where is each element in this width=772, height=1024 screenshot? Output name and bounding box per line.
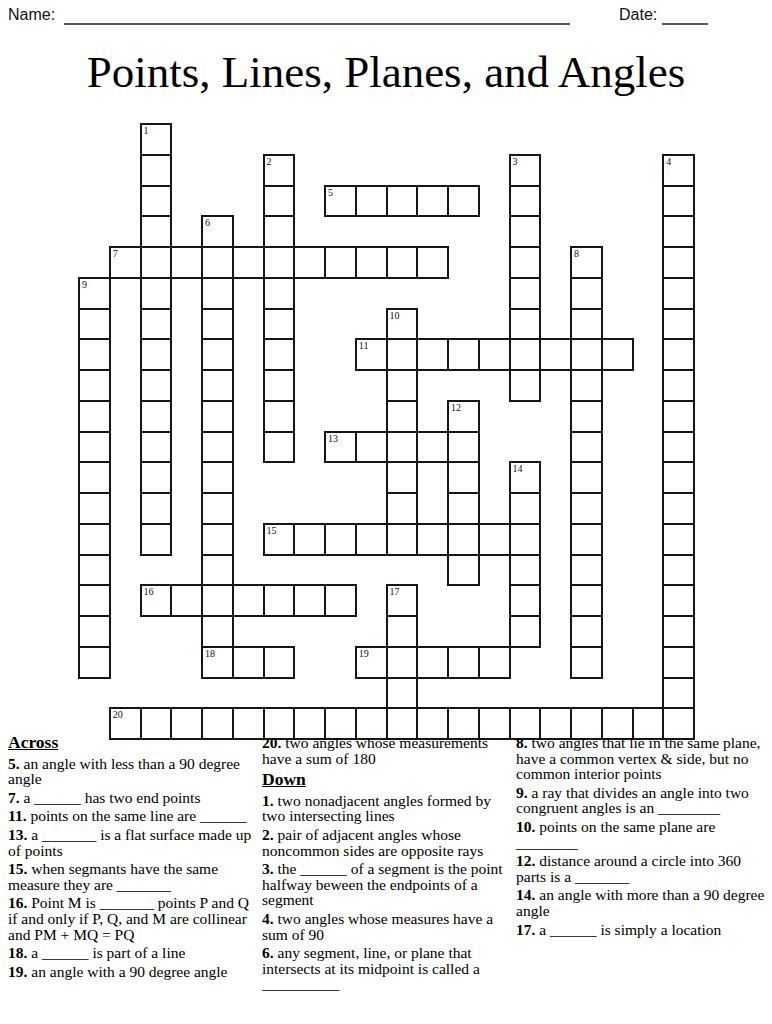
cell-r10c9[interactable] bbox=[355, 431, 388, 464]
cell-r16c14[interactable] bbox=[509, 615, 542, 648]
clue-down-1: 1. two nonadjacent angles formed by two … bbox=[262, 793, 509, 824]
cell-number-9: 9 bbox=[82, 279, 87, 290]
cell-r15c2[interactable]: 16 bbox=[140, 584, 173, 617]
clue-number: 19. bbox=[8, 963, 27, 980]
cell-r5c16[interactable] bbox=[570, 277, 603, 310]
cell-r10c8[interactable]: 13 bbox=[324, 431, 357, 464]
cell-r8c2[interactable] bbox=[140, 369, 173, 402]
cell-r13c16[interactable] bbox=[570, 523, 603, 556]
cell-r12c19[interactable] bbox=[662, 492, 695, 525]
clue-across-16: 16. Point M is _______ points P and Q if… bbox=[8, 895, 255, 942]
cell-r13c4[interactable] bbox=[201, 523, 234, 556]
cell-r5c4[interactable] bbox=[201, 277, 234, 310]
cell-r14c0[interactable] bbox=[78, 554, 111, 587]
cell-r4c3[interactable] bbox=[170, 246, 203, 279]
cell-r13c2[interactable] bbox=[140, 523, 173, 556]
cell-r3c2[interactable] bbox=[140, 215, 173, 248]
cell-r17c6[interactable] bbox=[263, 646, 296, 679]
cell-r13c14[interactable] bbox=[509, 523, 542, 556]
cell-r8c6[interactable] bbox=[263, 369, 296, 402]
cell-r16c16[interactable] bbox=[570, 615, 603, 648]
clues-column-2: 20. two angles whose measurements have a… bbox=[262, 735, 509, 995]
cell-number-16: 16 bbox=[144, 586, 154, 597]
across-clue-list-overflow: 20. two angles whose measurements have a… bbox=[262, 735, 509, 766]
clue-down-2: 2. pair of adjacent angles whose noncomm… bbox=[262, 827, 509, 858]
cell-r10c10[interactable] bbox=[386, 431, 419, 464]
cell-r1c2[interactable] bbox=[140, 154, 173, 187]
cell-r10c16[interactable] bbox=[570, 431, 603, 464]
cell-r12c10[interactable] bbox=[386, 492, 419, 525]
cell-number-13: 13 bbox=[328, 433, 338, 444]
down-clue-list-overflow: 8. two angles that lie in the same plane… bbox=[516, 735, 768, 937]
clue-number: 9. bbox=[516, 784, 528, 801]
cell-r13c9[interactable] bbox=[355, 523, 388, 556]
clue-number: 7. bbox=[8, 789, 20, 806]
cell-r15c10[interactable]: 17 bbox=[386, 584, 419, 617]
cell-number-4: 4 bbox=[666, 156, 671, 167]
cell-r4c1[interactable]: 7 bbox=[109, 246, 142, 279]
cell-r4c6[interactable] bbox=[263, 246, 296, 279]
clue-down-17: 17. a ______ is simply a location bbox=[516, 922, 768, 938]
cell-r7c12[interactable] bbox=[447, 338, 480, 371]
cell-r7c15[interactable] bbox=[539, 338, 572, 371]
clue-number: 10. bbox=[516, 818, 535, 835]
clue-number: 5. bbox=[8, 755, 20, 772]
cell-r11c4[interactable] bbox=[201, 461, 234, 494]
cell-r16c19[interactable] bbox=[662, 615, 695, 648]
clue-number: 13. bbox=[8, 826, 27, 843]
cell-r11c0[interactable] bbox=[78, 461, 111, 494]
crossword-grid: 1234567891011121314151617181920 bbox=[78, 123, 695, 740]
clue-number: 8. bbox=[516, 734, 528, 751]
clue-number: 12. bbox=[516, 852, 535, 869]
cell-r11c2[interactable] bbox=[140, 461, 173, 494]
clue-number: 11. bbox=[8, 807, 27, 824]
cell-r5c19[interactable] bbox=[662, 277, 695, 310]
cell-number-3: 3 bbox=[513, 156, 518, 167]
cell-r1c6[interactable]: 2 bbox=[263, 154, 296, 187]
cell-number-14: 14 bbox=[513, 463, 523, 474]
cell-r17c12[interactable] bbox=[447, 646, 480, 679]
cell-r12c12[interactable] bbox=[447, 492, 480, 525]
clue-across-7: 7. a ______ has two end points bbox=[8, 790, 255, 806]
clue-number: 1. bbox=[262, 792, 274, 809]
cell-r15c4[interactable] bbox=[201, 584, 234, 617]
cell-r4c10[interactable] bbox=[386, 246, 419, 279]
cell-r14c19[interactable] bbox=[662, 554, 695, 587]
cell-r12c16[interactable] bbox=[570, 492, 603, 525]
clue-number: 15. bbox=[8, 860, 27, 877]
cell-r6c6[interactable] bbox=[263, 308, 296, 341]
clue-number: 18. bbox=[8, 944, 27, 961]
cell-r11c12[interactable] bbox=[447, 461, 480, 494]
cell-r17c10[interactable] bbox=[386, 646, 419, 679]
cell-r7c2[interactable] bbox=[140, 338, 173, 371]
clue-down-3: 3. the ______ of a segment is the point … bbox=[262, 861, 509, 908]
cell-r10c6[interactable] bbox=[263, 431, 296, 464]
cell-number-10: 10 bbox=[390, 310, 400, 321]
cell-r15c5[interactable] bbox=[232, 584, 265, 617]
date-blank-line[interactable] bbox=[662, 8, 708, 25]
cell-r6c2[interactable] bbox=[140, 308, 173, 341]
cell-r11c14[interactable]: 14 bbox=[509, 461, 542, 494]
cell-r17c5[interactable] bbox=[232, 646, 265, 679]
cell-r2c10[interactable] bbox=[386, 185, 419, 218]
clue-across-5: 5. an angle with less than a 90 degree a… bbox=[8, 756, 255, 787]
cell-number-19: 19 bbox=[359, 648, 369, 659]
cell-r8c4[interactable] bbox=[201, 369, 234, 402]
cell-r8c19[interactable] bbox=[662, 369, 695, 402]
cell-r2c2[interactable] bbox=[140, 185, 173, 218]
across-header: Across bbox=[8, 735, 255, 751]
cell-r9c4[interactable] bbox=[201, 400, 234, 433]
cell-r15c6[interactable] bbox=[263, 584, 296, 617]
cell-number-18: 18 bbox=[205, 648, 215, 659]
cell-r8c0[interactable] bbox=[78, 369, 111, 402]
cell-r6c19[interactable] bbox=[662, 308, 695, 341]
clue-number: 20. bbox=[262, 734, 281, 751]
cell-r9c19[interactable] bbox=[662, 400, 695, 433]
cell-r5c14[interactable] bbox=[509, 277, 542, 310]
cell-r4c2[interactable] bbox=[140, 246, 173, 279]
cell-r13c0[interactable] bbox=[78, 523, 111, 556]
cell-number-8: 8 bbox=[574, 248, 579, 259]
cell-r6c0[interactable] bbox=[78, 308, 111, 341]
cell-r13c13[interactable] bbox=[478, 523, 511, 556]
cell-r1c14[interactable]: 3 bbox=[509, 154, 542, 187]
cell-r13c11[interactable] bbox=[416, 523, 449, 556]
cell-r13c10[interactable] bbox=[386, 523, 419, 556]
cell-r1c19[interactable]: 4 bbox=[662, 154, 695, 187]
cell-r9c12[interactable]: 12 bbox=[447, 400, 480, 433]
cell-r18c10[interactable] bbox=[386, 677, 419, 710]
cell-number-2: 2 bbox=[267, 156, 272, 167]
clue-down-12: 12. distance around a circle into 360 pa… bbox=[516, 853, 768, 884]
cell-r9c16[interactable] bbox=[570, 400, 603, 433]
cell-r7c11[interactable] bbox=[416, 338, 449, 371]
cell-r9c2[interactable] bbox=[140, 400, 173, 433]
cell-number-17: 17 bbox=[390, 586, 400, 597]
cell-r17c13[interactable] bbox=[478, 646, 511, 679]
date-label: Date: bbox=[619, 6, 657, 24]
clue-number: 6. bbox=[262, 944, 274, 961]
clue-number: 14. bbox=[516, 886, 535, 903]
cell-r2c14[interactable] bbox=[509, 185, 542, 218]
cell-r6c14[interactable] bbox=[509, 308, 542, 341]
cell-r4c7[interactable] bbox=[293, 246, 326, 279]
cell-r13c6[interactable]: 15 bbox=[263, 523, 296, 556]
clue-across-20: 20. two angles whose measurements have a… bbox=[262, 735, 509, 766]
cell-r4c5[interactable] bbox=[232, 246, 265, 279]
cell-number-7: 7 bbox=[113, 248, 118, 259]
cell-r10c2[interactable] bbox=[140, 431, 173, 464]
cell-r4c19[interactable] bbox=[662, 246, 695, 279]
cell-r13c7[interactable] bbox=[293, 523, 326, 556]
cell-r17c16[interactable] bbox=[570, 646, 603, 679]
cell-r6c16[interactable] bbox=[570, 308, 603, 341]
cell-r11c10[interactable] bbox=[386, 461, 419, 494]
clue-across-11: 11. points on the same line are ______ bbox=[8, 808, 255, 824]
name-blank-line[interactable] bbox=[64, 8, 570, 25]
clue-across-18: 18. a ______ is part of a line bbox=[8, 945, 255, 961]
cell-r14c12[interactable] bbox=[447, 554, 480, 587]
cell-r8c14[interactable] bbox=[509, 369, 542, 402]
cell-r12c0[interactable] bbox=[78, 492, 111, 525]
clue-number: 2. bbox=[262, 826, 274, 843]
down-clue-list: 1. two nonadjacent angles formed by two … bbox=[262, 793, 509, 992]
cell-r6c10[interactable]: 10 bbox=[386, 308, 419, 341]
cell-r2c19[interactable] bbox=[662, 185, 695, 218]
cell-r16c10[interactable] bbox=[386, 615, 419, 648]
cell-r4c8[interactable] bbox=[324, 246, 357, 279]
cell-r2c11[interactable] bbox=[416, 185, 449, 218]
cell-r10c11[interactable] bbox=[416, 431, 449, 464]
cell-r11c19[interactable] bbox=[662, 461, 695, 494]
cell-r7c4[interactable] bbox=[201, 338, 234, 371]
cell-r7c6[interactable] bbox=[263, 338, 296, 371]
cell-r7c17[interactable] bbox=[601, 338, 634, 371]
cell-r14c16[interactable] bbox=[570, 554, 603, 587]
cell-r4c16[interactable]: 8 bbox=[570, 246, 603, 279]
cell-r14c14[interactable] bbox=[509, 554, 542, 587]
cell-number-1: 1 bbox=[144, 125, 149, 136]
clues-column-3: 8. two angles that lie in the same plane… bbox=[516, 735, 768, 940]
cell-r8c10[interactable] bbox=[386, 369, 419, 402]
clue-number: 3. bbox=[262, 860, 274, 877]
cell-r9c10[interactable] bbox=[386, 400, 419, 433]
cell-r15c3[interactable] bbox=[170, 584, 203, 617]
cell-number-20: 20 bbox=[113, 709, 123, 720]
cell-r3c14[interactable] bbox=[509, 215, 542, 248]
cell-r4c4[interactable] bbox=[201, 246, 234, 279]
cell-r3c6[interactable] bbox=[263, 215, 296, 248]
cell-r16c0[interactable] bbox=[78, 615, 111, 648]
cell-r15c16[interactable] bbox=[570, 584, 603, 617]
cell-r7c13[interactable] bbox=[478, 338, 511, 371]
clue-down-8: 8. two angles that lie in the same plane… bbox=[516, 735, 768, 782]
cell-r7c0[interactable] bbox=[78, 338, 111, 371]
cell-r3c4[interactable]: 6 bbox=[201, 215, 234, 248]
clue-down-4: 4. two angles whose measures have a sum … bbox=[262, 911, 509, 942]
cell-number-15: 15 bbox=[267, 525, 277, 536]
cell-r2c12[interactable] bbox=[447, 185, 480, 218]
cell-r17c9[interactable]: 19 bbox=[355, 646, 388, 679]
cell-r10c0[interactable] bbox=[78, 431, 111, 464]
cell-r4c9[interactable] bbox=[355, 246, 388, 279]
cell-r15c8[interactable] bbox=[324, 584, 357, 617]
cell-r9c6[interactable] bbox=[263, 400, 296, 433]
cell-number-5: 5 bbox=[328, 187, 333, 198]
cell-r11c16[interactable] bbox=[570, 461, 603, 494]
clue-down-6: 6. any segment, line, or plane that inte… bbox=[262, 945, 509, 992]
cell-r6c4[interactable] bbox=[201, 308, 234, 341]
clue-down-10: 10. points on the same plane are _______… bbox=[516, 819, 768, 850]
cell-r4c11[interactable] bbox=[416, 246, 449, 279]
cell-r17c19[interactable] bbox=[662, 646, 695, 679]
clue-number: 16. bbox=[8, 894, 27, 911]
cell-r4c14[interactable] bbox=[509, 246, 542, 279]
cell-r7c10[interactable] bbox=[386, 338, 419, 371]
puzzle-title: Points, Lines, Planes, and Angles bbox=[0, 46, 772, 98]
cell-r8c16[interactable] bbox=[570, 369, 603, 402]
cell-r5c0[interactable]: 9 bbox=[78, 277, 111, 310]
clue-number: 4. bbox=[262, 910, 274, 927]
cell-number-11: 11 bbox=[359, 340, 369, 351]
clue-number: 17. bbox=[516, 921, 535, 938]
cell-r12c14[interactable] bbox=[509, 492, 542, 525]
cell-r18c19[interactable] bbox=[662, 677, 695, 710]
down-header: Down bbox=[262, 772, 509, 788]
cell-r7c9[interactable]: 11 bbox=[355, 338, 388, 371]
across-clue-list: 5. an angle with less than a 90 degree a… bbox=[8, 756, 255, 980]
clue-across-13: 13. a _______ is a flat surface made up … bbox=[8, 827, 255, 858]
cell-r7c16[interactable] bbox=[570, 338, 603, 371]
clues-column-1: Across 5. an angle with less than a 90 d… bbox=[8, 735, 255, 982]
cell-r12c2[interactable] bbox=[140, 492, 173, 525]
cell-r10c12[interactable] bbox=[447, 431, 480, 464]
cell-r13c12[interactable] bbox=[447, 523, 480, 556]
cell-r7c19[interactable] bbox=[662, 338, 695, 371]
cell-r13c19[interactable] bbox=[662, 523, 695, 556]
cell-r0c2[interactable]: 1 bbox=[140, 123, 173, 156]
cell-r9c0[interactable] bbox=[78, 400, 111, 433]
cell-r13c8[interactable] bbox=[324, 523, 357, 556]
cell-r7c14[interactable] bbox=[509, 338, 542, 371]
clue-across-19: 19. an angle with a 90 degree angle bbox=[8, 964, 255, 980]
cell-number-6: 6 bbox=[205, 217, 210, 228]
cell-r10c19[interactable] bbox=[662, 431, 695, 464]
clue-down-14: 14. an angle with more than a 90 degree … bbox=[516, 887, 768, 918]
cell-r17c4[interactable]: 18 bbox=[201, 646, 234, 679]
cell-r16c4[interactable] bbox=[201, 615, 234, 648]
cell-r2c8[interactable]: 5 bbox=[324, 185, 357, 218]
cell-r12c4[interactable] bbox=[201, 492, 234, 525]
cell-r15c0[interactable] bbox=[78, 584, 111, 617]
cell-r15c14[interactable] bbox=[509, 584, 542, 617]
cell-r2c9[interactable] bbox=[355, 185, 388, 218]
cell-r15c19[interactable] bbox=[662, 584, 695, 617]
clue-across-15: 15. when segmants have the same measure … bbox=[8, 861, 255, 892]
cell-number-12: 12 bbox=[451, 402, 461, 413]
cell-r5c6[interactable] bbox=[263, 277, 296, 310]
clue-down-9: 9. a ray that divides an angle into two … bbox=[516, 785, 768, 816]
cell-r14c4[interactable] bbox=[201, 554, 234, 587]
cell-r10c4[interactable] bbox=[201, 431, 234, 464]
cell-r2c6[interactable] bbox=[263, 185, 296, 218]
name-label: Name: bbox=[8, 6, 55, 24]
cell-r5c2[interactable] bbox=[140, 277, 173, 310]
cell-r17c11[interactable] bbox=[416, 646, 449, 679]
cell-r17c0[interactable] bbox=[78, 646, 111, 679]
cell-r15c7[interactable] bbox=[293, 584, 326, 617]
cell-r3c19[interactable] bbox=[662, 215, 695, 248]
